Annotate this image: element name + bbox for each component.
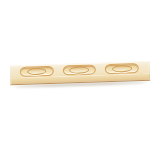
pit-circular-depression (27, 68, 47, 75)
pit-circular-depression (69, 66, 89, 73)
pit-3[interactable] (105, 63, 139, 74)
pit-1[interactable] (20, 66, 54, 77)
pit-recess (62, 64, 96, 75)
board-perspective-wrapper (10, 61, 151, 92)
pit-circular-depression (112, 65, 132, 72)
pit-recess (105, 63, 139, 74)
pit-2[interactable] (62, 64, 96, 75)
product-photo-canvas (0, 0, 160, 160)
pit-recess (20, 66, 54, 77)
